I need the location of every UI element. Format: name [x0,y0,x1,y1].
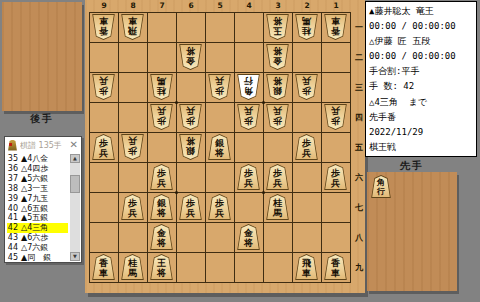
hoshi-dot [262,101,265,104]
move-number: 40 [7,204,18,213]
rank-label-8: 八 [353,223,365,253]
square-1-1[interactable]: 香車 [322,13,350,42]
square-3-6[interactable]: 歩兵 [264,163,292,192]
square-5-6[interactable] [206,163,234,192]
square-7-7[interactable]: 銀将 [148,193,176,222]
rank-label-7: 七 [353,193,365,223]
square-7-8[interactable]: 金将 [148,223,176,252]
piece-sente-gold[interactable]: 金将 [150,224,173,250]
square-8-9[interactable]: 桂馬 [119,253,147,282]
square-1-4[interactable]: 歩兵 [322,103,350,132]
file-label-9: 9 [90,1,118,10]
square-9-1[interactable]: 香車 [90,13,118,42]
piece-sente-pawn[interactable]: 歩兵 [324,164,347,190]
piece-sente-knight[interactable]: 桂馬 [266,194,289,220]
square-5-4[interactable] [206,103,234,132]
square-2-2[interactable] [293,43,321,72]
piece-gote-lance[interactable]: 香車 [324,14,347,40]
square-6-4[interactable]: 歩兵 [177,103,205,132]
file-label-4: 4 [235,1,263,10]
rank-label-1: 一 [353,13,365,43]
piece-gote-king[interactable]: 玉将 [266,14,289,40]
square-3-5[interactable] [264,133,292,162]
square-1-5[interactable] [322,133,350,162]
piece-gote-silver[interactable]: 銀将 [179,134,202,160]
square-2-7[interactable] [293,193,321,222]
square-2-4[interactable] [293,103,321,132]
rank-label-2: 二 [353,43,365,73]
piece-gote-pawn[interactable]: 歩兵 [150,104,173,130]
square-2-3[interactable]: 歩兵 [293,73,321,102]
square-8-6[interactable] [119,163,147,192]
square-8-8[interactable] [119,223,147,252]
square-9-5[interactable]: 歩兵 [90,133,118,162]
file-label-5: 5 [206,1,234,10]
file-label-6: 6 [177,1,205,10]
square-9-7[interactable] [90,193,118,222]
square-3-3[interactable]: 銀将 [264,73,292,102]
piece-sente-king[interactable]: 王将 [150,254,173,280]
square-4-9[interactable] [235,253,263,282]
square-6-3[interactable] [177,73,205,102]
scroll-down-icon[interactable]: ▼ [70,252,80,261]
hoshi-dot [262,191,265,194]
rank-label-6: 六 [353,163,365,193]
move-number: 38 [7,184,18,193]
square-6-7[interactable]: 歩兵 [177,193,205,222]
kifu-window-title: 棋譜 135手 [20,140,67,151]
square-8-1[interactable]: 飛車 [119,13,147,42]
square-5-5[interactable]: 銀将 [206,133,234,162]
scroll-up-icon[interactable]: ▲ [70,154,80,163]
square-8-3[interactable] [119,73,147,102]
piece-gote-gold[interactable]: 金将 [179,44,202,70]
info-line-3: 00:00 / 00:00:00 [369,49,473,64]
info-line-7: 先手番 [369,110,473,125]
piece-gote-lance[interactable]: 香車 [92,14,115,40]
piece-sente-pawn[interactable]: 歩兵 [121,194,144,220]
piece-gote-bishop[interactable]: 角行 [237,74,260,100]
piece-gote-pawn[interactable]: 歩兵 [208,74,231,100]
square-6-2[interactable]: 金将 [177,43,205,72]
piece-sente-knight[interactable]: 桂馬 [121,254,144,280]
square-8-2[interactable] [119,43,147,72]
square-4-5[interactable] [235,133,263,162]
move-number: 42 [7,223,18,232]
square-4-6[interactable]: 歩兵 [235,163,263,192]
kifu-window: 棋譜 135手 ✕ 35▲4八金36△4四歩37▲5六銀38△3一玉39▲7九玉… [4,136,82,263]
square-5-9[interactable] [206,253,234,282]
file-label-8: 8 [119,1,147,10]
square-6-1[interactable] [177,13,205,42]
square-8-5[interactable]: 歩兵 [119,133,147,162]
square-2-1[interactable]: 桂馬 [293,13,321,42]
square-2-9[interactable]: 飛車 [293,253,321,282]
square-3-8[interactable] [264,223,292,252]
info-line-5: 手 数: 42 [369,79,473,94]
info-line-0: ▲藤井聡太 竜王 [369,4,473,19]
game-info-panel: ▲藤井聡太 竜王00:00 / 00:00:00△伊藤 匠 五段00:00 / … [365,1,477,157]
square-5-8[interactable] [206,223,234,252]
square-1-9[interactable]: 香車 [322,253,350,282]
square-4-7[interactable] [235,193,263,222]
piece-sente-pawn[interactable]: 歩兵 [237,164,260,190]
square-8-4[interactable] [119,103,147,132]
move-number: 36 [7,164,18,173]
square-6-9[interactable] [177,253,205,282]
piece-gote-knight[interactable]: 桂馬 [150,74,173,100]
sente-label: 先手 [367,159,457,173]
move-number: 41 [7,213,18,222]
move-number: 39 [7,194,18,203]
scrollbar-thumb[interactable] [70,175,80,193]
hoshi-dot [175,191,178,194]
piece-gote-pawn[interactable]: 歩兵 [237,104,260,130]
info-line-6: △4三角 まで [369,95,473,110]
square-9-6[interactable] [90,163,118,192]
square-5-2[interactable] [206,43,234,72]
piece-sente-gold[interactable]: 金将 [237,224,260,250]
piece-gote-pawn[interactable]: 歩兵 [266,104,289,130]
square-2-6[interactable] [293,163,321,192]
file-label-2: 2 [293,1,321,10]
square-4-3[interactable]: 角行 [235,73,263,102]
move-number: 45 [7,253,18,261]
piece-gote-pawn[interactable]: 歩兵 [92,74,115,100]
move-text: ▲同 銀 [21,252,51,261]
move-number: 37 [7,174,18,183]
board-grid: 香車飛車玉将桂馬香車金将金将歩兵桂馬歩兵角行銀将歩兵歩兵歩兵歩兵歩兵歩兵歩兵歩兵… [89,12,351,283]
square-4-8[interactable]: 金将 [235,223,263,252]
square-3-4[interactable]: 歩兵 [264,103,292,132]
piece-gote-pawn[interactable]: 歩兵 [295,74,318,100]
square-1-8[interactable] [322,223,350,252]
rank-label-4: 四 [353,103,365,133]
piece-gote-silver[interactable]: 銀将 [266,74,289,100]
square-4-4[interactable]: 歩兵 [235,103,263,132]
move-row-45[interactable]: 45▲同 銀 [7,252,68,261]
info-line-8: 2022/11/29 [369,125,473,140]
square-7-5[interactable] [148,133,176,162]
piece-sente-lance[interactable]: 香車 [92,254,115,280]
square-9-8[interactable] [90,223,118,252]
kifu-window-titlebar[interactable]: 棋譜 135手 ✕ [5,137,81,153]
shogi-piece-app-icon [8,140,17,151]
square-7-4[interactable]: 歩兵 [148,103,176,132]
move-number: 43 [7,233,18,242]
piece-sente-pawn[interactable]: 歩兵 [92,134,115,160]
piece-sente-lance[interactable]: 香車 [324,254,347,280]
sente-hand-tray[interactable]: 角行 [367,172,457,291]
move-number: 44 [7,243,18,252]
square-1-7[interactable] [322,193,350,222]
square-7-6[interactable]: 歩兵 [148,163,176,192]
square-9-2[interactable] [90,43,118,72]
info-line-4: 手合割:平手 [369,64,473,79]
square-7-1[interactable] [148,13,176,42]
square-1-6[interactable]: 歩兵 [322,163,350,192]
square-9-9[interactable]: 香車 [90,253,118,282]
piece-sente-pawn[interactable]: 歩兵 [208,194,231,220]
piece-sente-pawn[interactable]: 歩兵 [179,194,202,220]
square-6-8[interactable] [177,223,205,252]
piece-gote-pawn[interactable]: 歩兵 [324,104,347,130]
rank-label-5: 五 [353,133,365,163]
info-line-2: △伊藤 匠 五段 [369,34,473,49]
square-2-8[interactable] [293,223,321,252]
piece-gote-gold[interactable]: 金将 [266,44,289,70]
square-4-2[interactable] [235,43,263,72]
gote-hand-tray[interactable] [2,2,82,111]
square-2-5[interactable]: 歩兵 [293,133,321,162]
move-list: 35▲4八金36△4四歩37▲5六銀38△3一玉39▲7九玉40△6五銀41▲5… [7,154,68,261]
square-5-7[interactable]: 歩兵 [206,193,234,222]
shogi-board: 987654321 一二三四五六七八九 香車飛車玉将桂馬香車金将金将歩兵桂馬歩兵… [85,0,365,293]
piece-sente-pawn[interactable]: 歩兵 [266,164,289,190]
piece-sente-pawn[interactable]: 歩兵 [150,164,173,190]
square-6-6[interactable] [177,163,205,192]
file-label-7: 7 [148,1,176,10]
piece-gote-pawn[interactable]: 歩兵 [121,134,144,160]
square-3-7[interactable]: 桂馬 [264,193,292,222]
piece-sente-pawn[interactable]: 歩兵 [295,134,318,160]
piece-sente-silver[interactable]: 銀将 [150,194,173,220]
square-6-5[interactable]: 銀将 [177,133,205,162]
piece-sente-silver[interactable]: 銀将 [208,134,231,160]
square-3-9[interactable] [264,253,292,282]
move-number: 35 [7,154,18,163]
gote-label: 後手 [2,112,82,126]
hand-piece-sente-bishop[interactable]: 角行 [371,175,391,198]
close-icon[interactable]: ✕ [70,140,78,150]
piece-gote-rook[interactable]: 飛車 [121,14,144,40]
move-list-scrollbar[interactable]: ▲ ▼ [70,154,80,261]
square-4-1[interactable] [235,13,263,42]
square-3-2[interactable]: 金将 [264,43,292,72]
file-label-1: 1 [322,1,350,10]
square-5-3[interactable]: 歩兵 [206,73,234,102]
square-1-2[interactable] [322,43,350,72]
info-line-9: 棋王戦 [369,140,473,155]
square-5-1[interactable] [206,13,234,42]
piece-sente-rook[interactable]: 飛車 [295,254,318,280]
square-7-3[interactable]: 桂馬 [148,73,176,102]
rank-label-3: 三 [353,73,365,103]
square-3-1[interactable]: 玉将 [264,13,292,42]
square-8-7[interactable]: 歩兵 [119,193,147,222]
square-1-3[interactable] [322,73,350,102]
square-7-9[interactable]: 王将 [148,253,176,282]
square-9-3[interactable]: 歩兵 [90,73,118,102]
info-line-1: 00:00 / 00:00:00 [369,19,473,34]
rank-label-9: 九 [353,253,365,283]
piece-gote-knight[interactable]: 桂馬 [295,14,318,40]
square-7-2[interactable] [148,43,176,72]
square-9-4[interactable] [90,103,118,132]
hoshi-dot [175,101,178,104]
file-label-3: 3 [264,1,292,10]
piece-gote-pawn[interactable]: 歩兵 [179,104,202,130]
